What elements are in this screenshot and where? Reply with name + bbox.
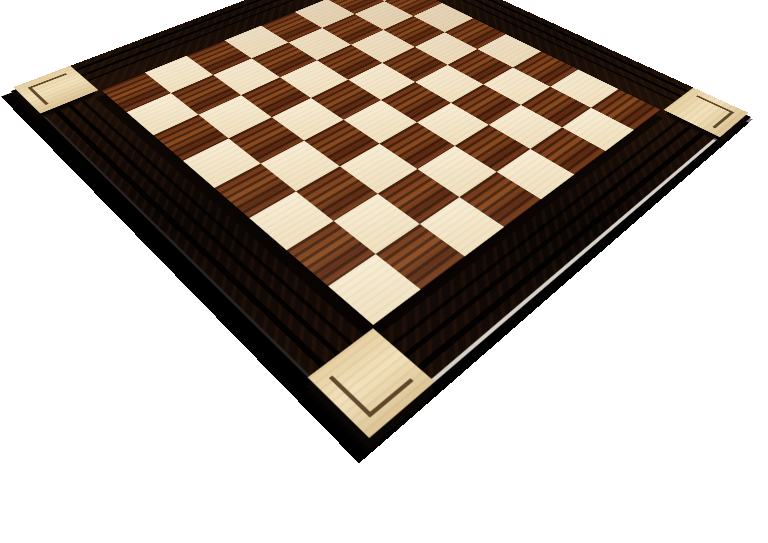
chess-board (14, 0, 749, 438)
photo-canvas (0, 0, 768, 543)
